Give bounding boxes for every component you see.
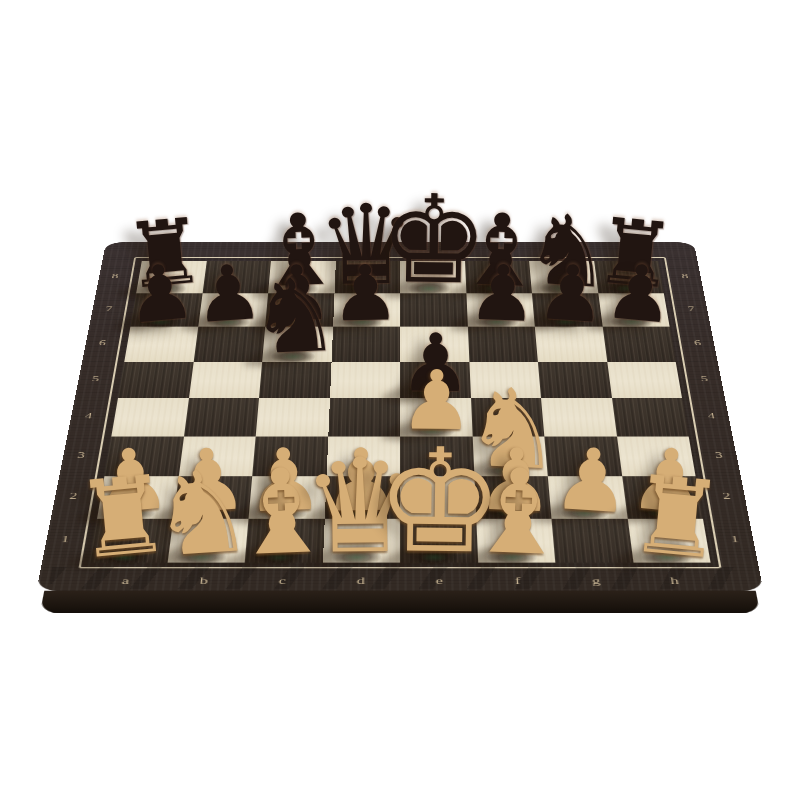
- square-a6: [124, 327, 197, 362]
- square-b8: [202, 261, 271, 293]
- square-g5: [538, 361, 612, 398]
- rank-label-right-1: 1: [715, 535, 754, 545]
- square-b5: [189, 361, 263, 398]
- square-h2: [622, 476, 703, 518]
- square-d4: [328, 398, 400, 436]
- square-h6: [602, 327, 675, 362]
- square-h7: [598, 293, 670, 326]
- board-perspective-wrap: abcdefgh1122334455667788: [75, 73, 725, 723]
- square-c1: [245, 518, 325, 562]
- square-g6: [535, 327, 607, 362]
- rank-label-left-5: 5: [78, 375, 113, 383]
- square-h3: [616, 436, 695, 476]
- square-g1: [551, 518, 632, 562]
- square-e1: [400, 518, 478, 562]
- rank-label-right-8: 8: [669, 273, 702, 280]
- rank-label-left-2: 2: [54, 492, 92, 502]
- file-label-b: b: [164, 576, 244, 587]
- square-d8: [334, 261, 400, 293]
- square-f6: [467, 327, 537, 362]
- rank-label-right-4: 4: [694, 412, 730, 421]
- square-e6: [400, 327, 469, 362]
- square-g4: [541, 398, 616, 436]
- file-label-e: e: [400, 576, 479, 587]
- square-h4: [612, 398, 689, 436]
- file-label-h: h: [635, 576, 715, 587]
- square-g3: [544, 436, 621, 476]
- square-a8: [136, 261, 206, 293]
- square-g2: [548, 476, 627, 518]
- chess-board-frame: abcdefgh1122334455667788: [36, 242, 763, 590]
- file-label-d: d: [321, 576, 400, 587]
- square-h1: [627, 518, 710, 562]
- square-d1: [322, 518, 400, 562]
- square-b6: [193, 327, 265, 362]
- square-b1: [167, 518, 248, 562]
- square-c8: [268, 261, 335, 293]
- square-c6: [262, 327, 332, 362]
- rank-label-right-6: 6: [681, 339, 715, 347]
- square-d2: [324, 476, 400, 518]
- square-g8: [529, 261, 598, 293]
- square-h5: [607, 361, 682, 398]
- square-b3: [178, 436, 255, 476]
- square-c4: [256, 398, 330, 436]
- file-label-c: c: [243, 576, 322, 587]
- square-b4: [184, 398, 259, 436]
- square-e3: [400, 436, 474, 476]
- square-e4: [400, 398, 472, 436]
- square-c7: [265, 293, 334, 326]
- square-f2: [474, 476, 552, 518]
- square-d5: [330, 361, 401, 398]
- square-f5: [469, 361, 541, 398]
- square-e5: [400, 361, 471, 398]
- square-a2: [97, 476, 178, 518]
- rank-label-left-8: 8: [99, 273, 132, 280]
- rank-label-left-6: 6: [85, 339, 119, 347]
- file-label-a: a: [85, 576, 165, 587]
- file-label-f: f: [478, 576, 557, 587]
- square-c2: [249, 476, 327, 518]
- rank-label-right-7: 7: [674, 305, 708, 313]
- rank-label-left-3: 3: [63, 451, 100, 460]
- square-d3: [326, 436, 400, 476]
- rank-label-right-5: 5: [687, 375, 722, 383]
- square-a5: [118, 361, 193, 398]
- square-b2: [173, 476, 252, 518]
- square-f7: [466, 293, 535, 326]
- file-label-g: g: [556, 576, 636, 587]
- square-a1: [89, 518, 172, 562]
- square-c3: [252, 436, 328, 476]
- rank-label-left-7: 7: [92, 305, 126, 313]
- square-g7: [532, 293, 602, 326]
- square-h8: [594, 261, 664, 293]
- square-e2: [400, 476, 476, 518]
- square-e8: [400, 261, 466, 293]
- board-boundary-line: [78, 257, 721, 568]
- square-a4: [111, 398, 188, 436]
- square-f3: [472, 436, 548, 476]
- rank-label-right-2: 2: [708, 492, 746, 502]
- board-grid: [89, 261, 710, 562]
- square-b7: [198, 293, 268, 326]
- rank-label-left-1: 1: [46, 535, 85, 545]
- chessboard-product-photo: abcdefgh1122334455667788 ♜♝♛♚♝♞♜♟♟♟♟♟♟♟♞…: [0, 0, 800, 800]
- square-f1: [476, 518, 556, 562]
- square-c5: [259, 361, 331, 398]
- square-e7: [400, 293, 467, 326]
- rank-label-right-3: 3: [700, 451, 737, 460]
- square-f8: [465, 261, 532, 293]
- square-d7: [333, 293, 400, 326]
- square-a3: [104, 436, 183, 476]
- square-a7: [130, 293, 202, 326]
- square-d6: [331, 327, 400, 362]
- rank-label-left-4: 4: [70, 412, 106, 421]
- square-f4: [471, 398, 545, 436]
